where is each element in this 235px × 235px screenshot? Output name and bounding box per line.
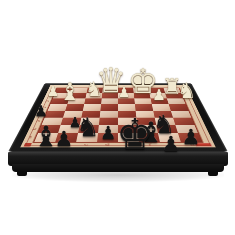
piece-black-king-e1[interactable]: ♚ <box>116 114 154 156</box>
corner-stamp <box>24 143 32 146</box>
piece-black-pawn-g1[interactable]: ♟ <box>162 134 181 155</box>
piece-black-bishop-a1[interactable]: ♝ <box>33 123 58 151</box>
piece-black-pawn-h1[interactable]: ♟ <box>182 127 201 148</box>
piece-white-bishop-b7[interactable]: ♝ <box>59 80 81 104</box>
product-photo-stage: abcdefgh 87654321 ♛♚♜♟♞♟♞♝♟♟♟♞♞♟♝♟♟♝♚♟ <box>0 0 235 235</box>
frame-lower-step <box>12 164 224 172</box>
piece-black-knight-c2[interactable]: ♞ <box>76 114 99 140</box>
board-foot-left <box>17 171 27 176</box>
piece-white-pawn-e7[interactable]: ♟ <box>118 85 131 99</box>
piece-black-pawn-a4[interactable]: ♟ <box>34 104 47 119</box>
piece-white-pawn-a7[interactable]: ♟ <box>47 84 60 98</box>
file-label-d: d <box>97 143 118 147</box>
piece-white-pawn-g7[interactable]: ♟ <box>152 88 165 103</box>
piece-white-knight-h7[interactable]: ♞ <box>178 81 197 102</box>
file-label-c: c <box>75 143 97 147</box>
piece-white-knight-c8[interactable]: ♞ <box>85 79 103 99</box>
piece-black-pawn-d2[interactable]: ♟ <box>100 124 116 142</box>
board-foot-right <box>208 171 218 176</box>
